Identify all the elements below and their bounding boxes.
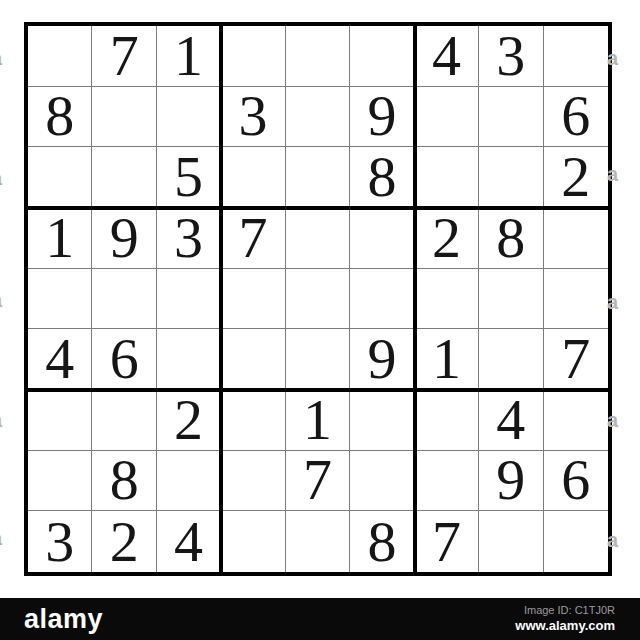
cell-r3c9[interactable]: 2 xyxy=(544,147,608,208)
edge-watermark-fragment: a xyxy=(0,290,2,310)
cell-r3c8[interactable] xyxy=(479,147,543,208)
cell-r2c7[interactable] xyxy=(415,87,479,148)
cell-r6c8[interactable] xyxy=(479,329,543,390)
cell-r5c8[interactable] xyxy=(479,269,543,330)
alamy-url: www.alamy.com xyxy=(515,618,615,633)
cell-r1c2[interactable]: 7 xyxy=(92,26,156,87)
cell-r7c2[interactable] xyxy=(92,390,156,451)
cell-r1c8[interactable]: 3 xyxy=(479,26,543,87)
cell-r7c6[interactable] xyxy=(350,390,414,451)
cell-r5c5[interactable] xyxy=(286,269,350,330)
edge-watermark-fragment: a xyxy=(0,48,2,68)
cell-r1c7[interactable]: 4 xyxy=(415,26,479,87)
cell-r4c6[interactable] xyxy=(350,208,414,269)
cell-r6c7[interactable]: 1 xyxy=(415,329,479,390)
edge-watermark-fragment: a xyxy=(0,168,2,188)
cell-r5c6[interactable] xyxy=(350,269,414,330)
cell-r9c7[interactable]: 7 xyxy=(415,511,479,572)
cell-r2c3[interactable] xyxy=(157,87,221,148)
cell-r5c1[interactable] xyxy=(28,269,92,330)
cell-r4c3[interactable]: 3 xyxy=(157,208,221,269)
cell-r7c1[interactable] xyxy=(28,390,92,451)
cell-r2c4[interactable]: 3 xyxy=(221,87,285,148)
sudoku-grid: 7143839658219372846917214879632487 xyxy=(28,26,608,572)
cell-r8c9[interactable]: 6 xyxy=(544,451,608,512)
cell-r3c4[interactable] xyxy=(221,147,285,208)
cell-r2c6[interactable]: 9 xyxy=(350,87,414,148)
cell-r7c9[interactable] xyxy=(544,390,608,451)
edge-watermark-fragment: a xyxy=(0,528,2,548)
cell-r5c4[interactable] xyxy=(221,269,285,330)
cell-r3c2[interactable] xyxy=(92,147,156,208)
cell-r8c1[interactable] xyxy=(28,451,92,512)
cell-r1c1[interactable] xyxy=(28,26,92,87)
edge-watermark-fragment: a xyxy=(607,164,618,184)
cell-r1c6[interactable] xyxy=(350,26,414,87)
image-id-label: Image ID: C1TJ0R xyxy=(515,604,615,617)
cell-r8c8[interactable]: 9 xyxy=(479,451,543,512)
cell-r7c3[interactable]: 2 xyxy=(157,390,221,451)
cell-r4c1[interactable]: 1 xyxy=(28,208,92,269)
sudoku-board: 7143839658219372846917214879632487 xyxy=(24,22,612,576)
cell-r3c3[interactable]: 5 xyxy=(157,147,221,208)
cell-r4c9[interactable] xyxy=(544,208,608,269)
cell-r8c7[interactable] xyxy=(415,451,479,512)
cell-r3c7[interactable] xyxy=(415,147,479,208)
cell-r6c2[interactable]: 6 xyxy=(92,329,156,390)
cell-r9c4[interactable] xyxy=(221,511,285,572)
image-meta: Image ID: C1TJ0R www.alamy.com xyxy=(515,604,615,633)
cell-r3c1[interactable] xyxy=(28,147,92,208)
cell-r7c5[interactable]: 1 xyxy=(286,390,350,451)
cell-r6c3[interactable] xyxy=(157,329,221,390)
cell-r9c5[interactable] xyxy=(286,511,350,572)
box-divider-horizontal-1 xyxy=(28,206,608,210)
cell-r5c3[interactable] xyxy=(157,269,221,330)
edge-watermark-fragment: a xyxy=(607,530,618,550)
cell-r6c1[interactable]: 4 xyxy=(28,329,92,390)
cell-r1c9[interactable] xyxy=(544,26,608,87)
alamy-logo: alamy xyxy=(24,604,103,635)
alamy-footer-bar: alamy Image ID: C1TJ0R www.alamy.com xyxy=(0,598,640,640)
cell-r3c5[interactable] xyxy=(286,147,350,208)
cell-r2c8[interactable] xyxy=(479,87,543,148)
cell-r1c5[interactable] xyxy=(286,26,350,87)
cell-r9c6[interactable]: 8 xyxy=(350,511,414,572)
cell-r4c5[interactable] xyxy=(286,208,350,269)
cell-r8c4[interactable] xyxy=(221,451,285,512)
cell-r3c6[interactable]: 8 xyxy=(350,147,414,208)
cell-r9c1[interactable]: 3 xyxy=(28,511,92,572)
edge-watermark-fragment: a xyxy=(0,410,2,430)
cell-r6c4[interactable] xyxy=(221,329,285,390)
cell-r7c7[interactable] xyxy=(415,390,479,451)
edge-watermark-fragment: a xyxy=(607,48,618,68)
cell-r8c3[interactable] xyxy=(157,451,221,512)
cell-r1c3[interactable]: 1 xyxy=(157,26,221,87)
edge-watermark-fragment: a xyxy=(607,292,618,312)
cell-r5c7[interactable] xyxy=(415,269,479,330)
cell-r2c5[interactable] xyxy=(286,87,350,148)
cell-r1c4[interactable] xyxy=(221,26,285,87)
cell-r9c8[interactable] xyxy=(479,511,543,572)
cell-r4c2[interactable]: 9 xyxy=(92,208,156,269)
edge-watermark-fragment: a xyxy=(607,410,618,430)
cell-r7c8[interactable]: 4 xyxy=(479,390,543,451)
cell-r4c7[interactable]: 2 xyxy=(415,208,479,269)
cell-r4c4[interactable]: 7 xyxy=(221,208,285,269)
cell-r6c5[interactable] xyxy=(286,329,350,390)
cell-r2c1[interactable]: 8 xyxy=(28,87,92,148)
cell-r9c2[interactable]: 2 xyxy=(92,511,156,572)
box-divider-vertical-2 xyxy=(413,26,417,572)
box-divider-horizontal-2 xyxy=(28,388,608,392)
box-divider-vertical-1 xyxy=(219,26,223,572)
cell-r2c2[interactable] xyxy=(92,87,156,148)
cell-r7c4[interactable] xyxy=(221,390,285,451)
cell-r5c9[interactable] xyxy=(544,269,608,330)
cell-r8c6[interactable] xyxy=(350,451,414,512)
cell-r9c3[interactable]: 4 xyxy=(157,511,221,572)
cell-r5c2[interactable] xyxy=(92,269,156,330)
cell-r8c5[interactable]: 7 xyxy=(286,451,350,512)
cell-r8c2[interactable]: 8 xyxy=(92,451,156,512)
cell-r6c9[interactable]: 7 xyxy=(544,329,608,390)
cell-r4c8[interactable]: 8 xyxy=(479,208,543,269)
stock-photo-page: 7143839658219372846917214879632487 a a a… xyxy=(0,0,640,640)
cell-r2c9[interactable]: 6 xyxy=(544,87,608,148)
cell-r6c6[interactable]: 9 xyxy=(350,329,414,390)
cell-r9c9[interactable] xyxy=(544,511,608,572)
